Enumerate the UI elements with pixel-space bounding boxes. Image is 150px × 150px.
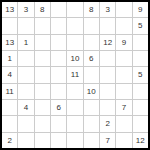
cell-r5c2[interactable] [18,67,33,82]
cell-r5c6[interactable] [84,67,99,82]
clue-8-r1c6[interactable]: 8 [84,2,99,17]
cell-r4c9[interactable] [133,51,148,66]
cell-r4c7[interactable] [100,51,115,66]
numberlink-board: 1338839513112911064115111046722712 [0,0,150,150]
clue-5-r2c9[interactable]: 5 [133,18,148,33]
clue-10-r4c5[interactable]: 10 [67,51,82,66]
clue-9-r1c9[interactable]: 9 [133,2,148,17]
cell-r9c8[interactable] [116,133,131,148]
clue-1-r4c1[interactable]: 1 [2,51,17,66]
cell-r6c7[interactable] [100,84,115,99]
cell-r9c6[interactable] [84,133,99,148]
cell-r4c8[interactable] [116,51,131,66]
clue-3-r1c2[interactable]: 3 [18,2,33,17]
cell-r8c3[interactable] [35,116,50,131]
clue-10-r6c6[interactable]: 10 [84,84,99,99]
cell-r2c1[interactable] [2,18,17,33]
cell-r3c9[interactable] [133,35,148,50]
cell-r9c5[interactable] [67,133,82,148]
cell-r8c9[interactable] [133,116,148,131]
cell-r8c2[interactable] [18,116,33,131]
cell-r2c8[interactable] [116,18,131,33]
clue-9-r3c8[interactable]: 9 [116,35,131,50]
cell-r7c9[interactable] [133,100,148,115]
cell-r6c4[interactable] [51,84,66,99]
cell-r6c5[interactable] [67,84,82,99]
cell-r6c2[interactable] [18,84,33,99]
clue-8-r1c3[interactable]: 8 [35,2,50,17]
cell-r6c9[interactable] [133,84,148,99]
cell-r3c5[interactable] [67,35,82,50]
cell-r1c5[interactable] [67,2,82,17]
clue-3-r1c7[interactable]: 3 [100,2,115,17]
clue-6-r7c4[interactable]: 6 [51,100,66,115]
cell-r4c2[interactable] [18,51,33,66]
cell-r8c1[interactable] [2,116,17,131]
cell-r9c3[interactable] [35,133,50,148]
clue-12-r9c9[interactable]: 12 [133,133,148,148]
clue-6-r4c6[interactable]: 6 [84,51,99,66]
cell-r2c4[interactable] [51,18,66,33]
cell-r5c3[interactable] [35,67,50,82]
cell-r3c4[interactable] [51,35,66,50]
clue-1-r3c2[interactable]: 1 [18,35,33,50]
cell-r5c4[interactable] [51,67,66,82]
cell-r9c4[interactable] [51,133,66,148]
cell-r4c3[interactable] [35,51,50,66]
clue-7-r7c8[interactable]: 7 [116,100,131,115]
clue-2-r8c7[interactable]: 2 [100,116,115,131]
cell-r2c3[interactable] [35,18,50,33]
cell-r8c8[interactable] [116,116,131,131]
cell-r8c6[interactable] [84,116,99,131]
cell-r8c4[interactable] [51,116,66,131]
clue-2-r9c1[interactable]: 2 [2,133,17,148]
clue-7-r9c7[interactable]: 7 [100,133,115,148]
cell-r1c4[interactable] [51,2,66,17]
cell-r6c3[interactable] [35,84,50,99]
cell-r9c2[interactable] [18,133,33,148]
cell-r7c3[interactable] [35,100,50,115]
cell-r3c3[interactable] [35,35,50,50]
clue-13-r1c1[interactable]: 13 [2,2,17,17]
puzzle-stage: 1338839513112911064115111046722712 [0,0,150,150]
cell-r7c1[interactable] [2,100,17,115]
clue-4-r7c2[interactable]: 4 [18,100,33,115]
cell-r2c5[interactable] [67,18,82,33]
cell-r5c7[interactable] [100,67,115,82]
clue-12-r3c7[interactable]: 12 [100,35,115,50]
clue-4-r5c1[interactable]: 4 [2,67,17,82]
cell-r2c6[interactable] [84,18,99,33]
cell-r6c8[interactable] [116,84,131,99]
cell-r7c7[interactable] [100,100,115,115]
cell-r7c5[interactable] [67,100,82,115]
cell-r2c7[interactable] [100,18,115,33]
cell-r4c4[interactable] [51,51,66,66]
cell-r8c5[interactable] [67,116,82,131]
cell-r2c2[interactable] [18,18,33,33]
clue-13-r3c1[interactable]: 13 [2,35,17,50]
clue-11-r5c5[interactable]: 11 [67,67,82,82]
cell-r5c8[interactable] [116,67,131,82]
clue-5-r5c9[interactable]: 5 [133,67,148,82]
cell-r1c8[interactable] [116,2,131,17]
clue-11-r6c1[interactable]: 11 [2,84,17,99]
cell-r3c6[interactable] [84,35,99,50]
cell-r7c6[interactable] [84,100,99,115]
